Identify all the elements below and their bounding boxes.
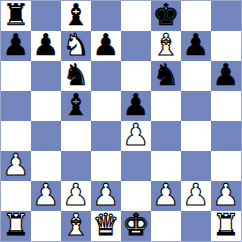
square-g6[interactable]	[181, 61, 211, 91]
square-d7[interactable]: ♟	[91, 31, 121, 61]
square-e3[interactable]	[121, 151, 151, 181]
square-c6[interactable]: ♞	[61, 61, 91, 91]
piece-black-knight[interactable]: ♞	[153, 61, 180, 90]
square-e5[interactable]: ♟	[121, 91, 151, 121]
piece-white-knight[interactable]: ♞	[63, 31, 90, 60]
square-a3[interactable]: ♟	[1, 151, 31, 181]
square-b7[interactable]: ♟	[31, 31, 61, 61]
square-a7[interactable]: ♟	[1, 31, 31, 61]
square-d4[interactable]	[91, 121, 121, 151]
square-e8[interactable]	[121, 1, 151, 31]
square-a2[interactable]	[1, 181, 31, 211]
square-b1[interactable]	[31, 211, 61, 241]
piece-white-pawn[interactable]: ♟	[123, 121, 150, 150]
square-c2[interactable]: ♟	[61, 181, 91, 211]
square-b2[interactable]: ♟	[31, 181, 61, 211]
square-f5[interactable]	[151, 91, 181, 121]
square-h8[interactable]	[211, 1, 241, 31]
square-d2[interactable]: ♟	[91, 181, 121, 211]
square-b6[interactable]	[31, 61, 61, 91]
piece-black-knight[interactable]: ♞	[63, 61, 90, 90]
square-c3[interactable]	[61, 151, 91, 181]
square-d3[interactable]	[91, 151, 121, 181]
square-g4[interactable]	[181, 121, 211, 151]
piece-white-rook[interactable]: ♜	[213, 211, 240, 240]
piece-white-pawn[interactable]: ♟	[63, 181, 90, 210]
piece-white-pawn[interactable]: ♟	[93, 181, 120, 210]
square-a1[interactable]: ♜	[1, 211, 31, 241]
piece-black-king[interactable]: ♚	[153, 1, 180, 30]
square-d5[interactable]	[91, 91, 121, 121]
piece-white-rook[interactable]: ♜	[3, 211, 30, 240]
square-h3[interactable]	[211, 151, 241, 181]
square-f4[interactable]	[151, 121, 181, 151]
piece-white-king[interactable]: ♚	[123, 211, 150, 240]
piece-white-bishop[interactable]: ♝	[153, 31, 180, 60]
piece-black-rook[interactable]: ♜	[3, 1, 30, 30]
square-e2[interactable]	[121, 181, 151, 211]
square-e7[interactable]	[121, 31, 151, 61]
piece-white-pawn[interactable]: ♟	[3, 151, 30, 180]
square-h1[interactable]: ♜	[211, 211, 241, 241]
piece-white-pawn[interactable]: ♟	[213, 181, 240, 210]
square-b5[interactable]	[31, 91, 61, 121]
piece-white-bishop[interactable]: ♝	[63, 211, 90, 240]
square-e4[interactable]: ♟	[121, 121, 151, 151]
piece-black-pawn[interactable]: ♟	[3, 31, 30, 60]
square-g8[interactable]	[181, 1, 211, 31]
square-h2[interactable]: ♟	[211, 181, 241, 211]
piece-white-pawn[interactable]: ♟	[33, 181, 60, 210]
square-b3[interactable]	[31, 151, 61, 181]
square-a5[interactable]	[1, 91, 31, 121]
square-g5[interactable]	[181, 91, 211, 121]
square-h4[interactable]	[211, 121, 241, 151]
piece-white-pawn[interactable]: ♟	[183, 181, 210, 210]
square-d1[interactable]: ♛	[91, 211, 121, 241]
square-a6[interactable]	[1, 61, 31, 91]
square-c5[interactable]: ♝	[61, 91, 91, 121]
piece-black-pawn[interactable]: ♟	[93, 31, 120, 60]
square-c7[interactable]: ♞	[61, 31, 91, 61]
square-d8[interactable]	[91, 1, 121, 31]
square-c1[interactable]: ♝	[61, 211, 91, 241]
piece-white-pawn[interactable]: ♟	[153, 181, 180, 210]
square-d6[interactable]	[91, 61, 121, 91]
square-c8[interactable]: ♝	[61, 1, 91, 31]
piece-black-bishop[interactable]: ♝	[63, 91, 90, 120]
square-f6[interactable]: ♞	[151, 61, 181, 91]
piece-black-pawn[interactable]: ♟	[213, 61, 240, 90]
square-f7[interactable]: ♝	[151, 31, 181, 61]
chess-board: ♜♝♚♟♟♞♟♝♟♞♞♟♝♟♟♟♟♟♟♟♟♟♜♝♛♚♜	[0, 0, 242, 242]
square-f2[interactable]: ♟	[151, 181, 181, 211]
square-c4[interactable]	[61, 121, 91, 151]
square-a4[interactable]	[1, 121, 31, 151]
square-g2[interactable]: ♟	[181, 181, 211, 211]
square-h5[interactable]	[211, 91, 241, 121]
square-f1[interactable]	[151, 211, 181, 241]
square-e1[interactable]: ♚	[121, 211, 151, 241]
square-h6[interactable]: ♟	[211, 61, 241, 91]
piece-black-bishop[interactable]: ♝	[63, 1, 90, 30]
piece-white-queen[interactable]: ♛	[93, 211, 120, 240]
square-g1[interactable]	[181, 211, 211, 241]
square-g3[interactable]	[181, 151, 211, 181]
piece-black-pawn[interactable]: ♟	[123, 91, 150, 120]
square-b4[interactable]	[31, 121, 61, 151]
square-f8[interactable]: ♚	[151, 1, 181, 31]
piece-black-pawn[interactable]: ♟	[33, 31, 60, 60]
piece-black-pawn[interactable]: ♟	[183, 31, 210, 60]
square-e6[interactable]	[121, 61, 151, 91]
square-f3[interactable]	[151, 151, 181, 181]
square-b8[interactable]	[31, 1, 61, 31]
square-g7[interactable]: ♟	[181, 31, 211, 61]
square-a8[interactable]: ♜	[1, 1, 31, 31]
square-h7[interactable]	[211, 31, 241, 61]
